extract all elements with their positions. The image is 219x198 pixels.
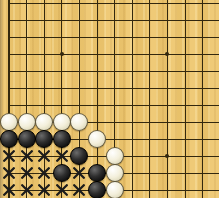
grid-line-horizontal: [8, 3, 219, 4]
white-stone: [53, 113, 71, 131]
black-stone: [88, 181, 106, 198]
territory-mark-icon: [73, 184, 85, 196]
black-stone: [53, 164, 71, 182]
grid-line-vertical: [185, 0, 186, 198]
grid-line-horizontal: [8, 71, 219, 72]
white-stone: [106, 147, 124, 165]
territory-mark-icon: [38, 167, 50, 179]
grid-line-horizontal: [8, 88, 219, 89]
black-stone: [35, 130, 53, 148]
white-stone: [106, 181, 124, 198]
star-point: [165, 52, 169, 56]
territory-mark-icon: [38, 150, 50, 162]
territory-mark-icon: [3, 150, 15, 162]
white-stone: [18, 113, 36, 131]
white-stone: [35, 113, 53, 131]
star-point: [60, 52, 64, 56]
territory-mark-icon: [3, 184, 15, 196]
grid-line-horizontal: [8, 54, 219, 55]
star-point: [165, 154, 169, 158]
territory-mark-icon: [56, 150, 68, 162]
white-stone: [88, 130, 106, 148]
territory-mark-icon: [56, 184, 68, 196]
territory-mark-icon: [21, 167, 33, 179]
grid-line-vertical: [132, 0, 133, 198]
black-stone: [53, 130, 71, 148]
white-stone: [70, 113, 88, 131]
territory-mark-icon: [38, 184, 50, 196]
grid-line-vertical: [167, 0, 168, 198]
black-stone: [70, 147, 88, 165]
white-stone: [106, 164, 124, 182]
territory-mark-icon: [21, 150, 33, 162]
go-board[interactable]: [0, 0, 219, 198]
territory-mark-icon: [21, 184, 33, 196]
grid-line-horizontal: [8, 20, 219, 21]
grid-line-horizontal: [8, 37, 219, 38]
territory-mark-icon: [73, 167, 85, 179]
grid-line-horizontal: [8, 105, 219, 106]
go-diagram: [0, 0, 219, 198]
white-stone: [0, 113, 18, 131]
black-stone: [88, 164, 106, 182]
grid-line-vertical: [149, 0, 150, 198]
territory-mark-icon: [3, 167, 15, 179]
black-stone: [0, 130, 18, 148]
black-stone: [18, 130, 36, 148]
grid-line-vertical: [202, 0, 203, 198]
